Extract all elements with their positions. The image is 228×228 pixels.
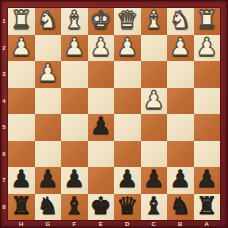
- piece-white-pawn[interactable]: ♟: [90, 35, 112, 59]
- square-c6[interactable]: [141, 141, 168, 168]
- square-c3[interactable]: [141, 61, 168, 88]
- piece-black-rook[interactable]: ♜: [10, 194, 32, 218]
- square-b7[interactable]: ♟: [167, 167, 194, 194]
- square-d7[interactable]: ♟: [114, 167, 141, 194]
- rank-label-3: 3: [0, 61, 8, 88]
- piece-white-queen[interactable]: ♛: [116, 8, 138, 32]
- square-b5[interactable]: [167, 114, 194, 141]
- piece-black-bishop[interactable]: ♝: [63, 194, 85, 218]
- square-g5[interactable]: [35, 114, 62, 141]
- piece-black-pawn[interactable]: ♟: [143, 167, 165, 191]
- piece-white-pawn[interactable]: ♟: [169, 35, 191, 59]
- square-c1[interactable]: ♝: [141, 8, 168, 35]
- piece-white-rook[interactable]: ♜: [10, 8, 32, 32]
- square-b1[interactable]: ♞: [167, 8, 194, 35]
- piece-black-knight[interactable]: ♞: [37, 194, 59, 218]
- square-h3[interactable]: [8, 61, 35, 88]
- file-label-h: H: [8, 220, 35, 228]
- square-a3[interactable]: [194, 61, 221, 88]
- square-h6[interactable]: [8, 141, 35, 168]
- square-e7[interactable]: [88, 167, 115, 194]
- square-e2[interactable]: ♟: [88, 35, 115, 62]
- square-a4[interactable]: [194, 88, 221, 115]
- piece-black-pawn[interactable]: ♟: [37, 167, 59, 191]
- square-e3[interactable]: [88, 61, 115, 88]
- piece-white-king[interactable]: ♚: [90, 8, 112, 32]
- square-h4[interactable]: [8, 88, 35, 115]
- piece-black-queen[interactable]: ♛: [116, 194, 138, 218]
- square-d4[interactable]: [114, 88, 141, 115]
- square-g3[interactable]: ♟: [35, 61, 62, 88]
- square-a1[interactable]: ♜: [194, 8, 221, 35]
- square-c2[interactable]: [141, 35, 168, 62]
- file-label-d: D: [114, 220, 141, 228]
- rank-label-4: 4: [0, 88, 8, 115]
- rank-label-8: 8: [0, 194, 8, 221]
- square-e5[interactable]: ♟: [88, 114, 115, 141]
- square-d5[interactable]: [114, 114, 141, 141]
- square-f2[interactable]: ♟: [61, 35, 88, 62]
- square-e4[interactable]: [88, 88, 115, 115]
- square-a8[interactable]: ♜: [194, 194, 221, 221]
- piece-white-rook[interactable]: ♜: [196, 8, 218, 32]
- square-b4[interactable]: [167, 88, 194, 115]
- square-h8[interactable]: ♜: [8, 194, 35, 221]
- square-f6[interactable]: [61, 141, 88, 168]
- square-e1[interactable]: ♚: [88, 8, 115, 35]
- square-b2[interactable]: ♟: [167, 35, 194, 62]
- piece-white-pawn[interactable]: ♟: [63, 35, 85, 59]
- square-h1[interactable]: ♜: [8, 8, 35, 35]
- piece-white-pawn[interactable]: ♟: [196, 35, 218, 59]
- piece-black-knight[interactable]: ♞: [169, 194, 191, 218]
- piece-white-bishop[interactable]: ♝: [63, 8, 85, 32]
- rank-label-1: 1: [0, 8, 8, 35]
- piece-white-pawn[interactable]: ♟: [116, 35, 138, 59]
- file-labels: HGFEDCBA: [8, 220, 220, 228]
- chess-board: ♜♞♝♚♛♝♞♜♟♟♟♟♟♟♟♟♟♟♟♟♟♟♟♟♜♞♝♚♛♝♞♜: [8, 8, 220, 220]
- piece-black-pawn[interactable]: ♟: [169, 167, 191, 191]
- piece-black-bishop[interactable]: ♝: [143, 194, 165, 218]
- file-label-b: B: [167, 220, 194, 228]
- piece-black-pawn[interactable]: ♟: [116, 167, 138, 191]
- square-g6[interactable]: [35, 141, 62, 168]
- rank-labels: 12345678: [0, 8, 8, 220]
- square-d8[interactable]: ♛: [114, 194, 141, 221]
- square-c7[interactable]: ♟: [141, 167, 168, 194]
- square-b8[interactable]: ♞: [167, 194, 194, 221]
- square-b3[interactable]: [167, 61, 194, 88]
- square-e6[interactable]: [88, 141, 115, 168]
- square-d6[interactable]: [114, 141, 141, 168]
- square-a5[interactable]: [194, 114, 221, 141]
- square-a6[interactable]: [194, 141, 221, 168]
- square-g8[interactable]: ♞: [35, 194, 62, 221]
- square-g4[interactable]: [35, 88, 62, 115]
- square-c8[interactable]: ♝: [141, 194, 168, 221]
- piece-black-pawn[interactable]: ♟: [63, 167, 85, 191]
- file-label-g: G: [35, 220, 62, 228]
- piece-white-bishop[interactable]: ♝: [143, 8, 165, 32]
- square-f4[interactable]: [61, 88, 88, 115]
- file-label-f: F: [61, 220, 88, 228]
- square-h2[interactable]: ♟: [8, 35, 35, 62]
- square-c5[interactable]: [141, 114, 168, 141]
- piece-white-pawn[interactable]: ♟: [37, 61, 59, 85]
- square-h5[interactable]: [8, 114, 35, 141]
- square-d3[interactable]: [114, 61, 141, 88]
- square-c4[interactable]: ♟: [141, 88, 168, 115]
- square-f5[interactable]: [61, 114, 88, 141]
- piece-black-king[interactable]: ♚: [90, 194, 112, 218]
- file-label-e: E: [88, 220, 115, 228]
- rank-label-5: 5: [0, 114, 8, 141]
- square-b6[interactable]: [167, 141, 194, 168]
- square-g2[interactable]: [35, 35, 62, 62]
- piece-black-pawn[interactable]: ♟: [90, 114, 112, 138]
- piece-white-pawn[interactable]: ♟: [10, 35, 32, 59]
- piece-black-pawn[interactable]: ♟: [196, 167, 218, 191]
- square-f7[interactable]: ♟: [61, 167, 88, 194]
- piece-black-rook[interactable]: ♜: [196, 194, 218, 218]
- piece-white-knight[interactable]: ♞: [37, 8, 59, 32]
- piece-white-knight[interactable]: ♞: [169, 8, 191, 32]
- square-g1[interactable]: ♞: [35, 8, 62, 35]
- square-e8[interactable]: ♚: [88, 194, 115, 221]
- rank-label-7: 7: [0, 167, 8, 194]
- square-d1[interactable]: ♛: [114, 8, 141, 35]
- square-g7[interactable]: ♟: [35, 167, 62, 194]
- file-label-a: A: [194, 220, 221, 228]
- square-a2[interactable]: ♟: [194, 35, 221, 62]
- square-d2[interactable]: ♟: [114, 35, 141, 62]
- square-f8[interactable]: ♝: [61, 194, 88, 221]
- square-f1[interactable]: ♝: [61, 8, 88, 35]
- chess-board-frame: ♜♞♝♚♛♝♞♜♟♟♟♟♟♟♟♟♟♟♟♟♟♟♟♟♜♞♝♚♛♝♞♜ 1234567…: [0, 0, 228, 228]
- file-label-c: C: [141, 220, 168, 228]
- rank-label-2: 2: [0, 35, 8, 62]
- rank-label-6: 6: [0, 141, 8, 168]
- square-a7[interactable]: ♟: [194, 167, 221, 194]
- piece-black-pawn[interactable]: ♟: [10, 167, 32, 191]
- piece-white-pawn[interactable]: ♟: [143, 88, 165, 112]
- square-f3[interactable]: [61, 61, 88, 88]
- square-h7[interactable]: ♟: [8, 167, 35, 194]
